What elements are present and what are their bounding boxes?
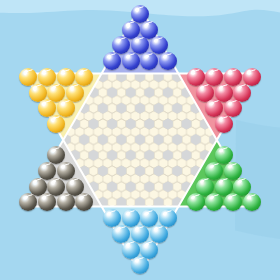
- chinese-checkers-app: [0, 0, 280, 280]
- marble-black[interactable]: [19, 193, 37, 211]
- marble-red[interactable]: [187, 68, 205, 86]
- marble-layer: [0, 0, 280, 280]
- marble-blue[interactable]: [122, 52, 140, 70]
- marble-green[interactable]: [243, 193, 261, 211]
- marble-blue[interactable]: [140, 52, 158, 70]
- marble-red[interactable]: [215, 115, 233, 133]
- marble-cyan[interactable]: [112, 225, 130, 243]
- marble-blue[interactable]: [103, 52, 121, 70]
- marble-cyan[interactable]: [131, 256, 149, 274]
- marble-yellow[interactable]: [57, 99, 75, 117]
- marble-green[interactable]: [187, 193, 205, 211]
- marble-green[interactable]: [205, 193, 223, 211]
- marble-green[interactable]: [224, 193, 242, 211]
- marble-black[interactable]: [38, 193, 56, 211]
- marble-yellow[interactable]: [47, 115, 65, 133]
- marble-yellow[interactable]: [19, 68, 37, 86]
- marble-black[interactable]: [57, 193, 75, 211]
- marble-black[interactable]: [75, 193, 93, 211]
- marble-blue[interactable]: [159, 52, 177, 70]
